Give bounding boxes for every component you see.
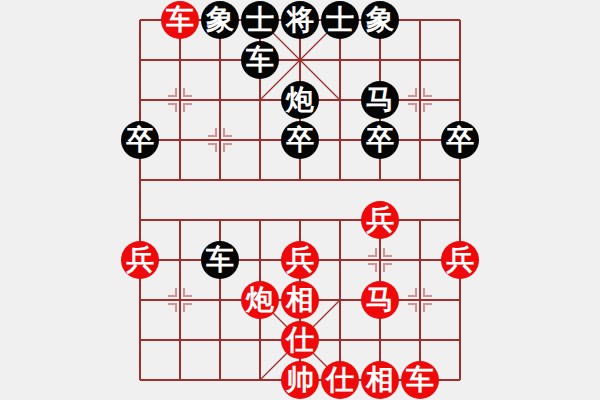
black-elephant[interactable]: 象 bbox=[361, 1, 399, 39]
black-horse[interactable]: 马 bbox=[361, 81, 399, 119]
board-point-c9[interactable] bbox=[200, 40, 240, 80]
black-soldier[interactable]: 卒 bbox=[281, 121, 319, 159]
red-elephant[interactable]: 相 bbox=[361, 361, 399, 399]
board-point-i2[interactable] bbox=[440, 320, 480, 360]
board-point-i3[interactable] bbox=[440, 280, 480, 320]
black-chariot[interactable]: 车 bbox=[241, 41, 279, 79]
board-point-h3[interactable] bbox=[400, 280, 440, 320]
board-point-d5[interactable] bbox=[240, 200, 280, 240]
board-point-h4[interactable] bbox=[400, 240, 440, 280]
board-point-e7[interactable]: 卒 bbox=[280, 120, 320, 160]
board-point-a2[interactable] bbox=[120, 320, 160, 360]
board-point-h1[interactable]: 车 bbox=[400, 360, 440, 400]
board-grid: 车象士将士象车炮马卒卒卒卒兵兵车兵兵炮相马仕帅仕相车 bbox=[120, 0, 480, 400]
board-point-d4[interactable] bbox=[240, 240, 280, 280]
xiangqi-board: 车象士将士象车炮马卒卒卒卒兵兵车兵兵炮相马仕帅仕相车 bbox=[120, 0, 480, 400]
red-horse[interactable]: 马 bbox=[361, 281, 399, 319]
board-point-h8[interactable] bbox=[400, 80, 440, 120]
board-point-i9[interactable] bbox=[440, 40, 480, 80]
board-point-c5[interactable] bbox=[200, 200, 240, 240]
board-point-f5[interactable] bbox=[320, 200, 360, 240]
board-point-c7[interactable] bbox=[200, 120, 240, 160]
board-point-i8[interactable] bbox=[440, 80, 480, 120]
board-point-d8[interactable] bbox=[240, 80, 280, 120]
black-cannon[interactable]: 炮 bbox=[281, 81, 319, 119]
board-point-h5[interactable] bbox=[400, 200, 440, 240]
board-point-e8[interactable]: 炮 bbox=[280, 80, 320, 120]
red-cannon[interactable]: 炮 bbox=[241, 281, 279, 319]
board-point-h2[interactable] bbox=[400, 320, 440, 360]
black-soldier[interactable]: 卒 bbox=[121, 121, 159, 159]
board-point-g9[interactable] bbox=[360, 40, 400, 80]
board-point-d7[interactable] bbox=[240, 120, 280, 160]
red-soldier[interactable]: 兵 bbox=[121, 241, 159, 279]
board-point-h6[interactable] bbox=[400, 160, 440, 200]
board-point-a8[interactable] bbox=[120, 80, 160, 120]
black-soldier[interactable]: 卒 bbox=[361, 121, 399, 159]
board-point-a6[interactable] bbox=[120, 160, 160, 200]
red-advisor[interactable]: 仕 bbox=[321, 361, 359, 399]
board-point-b4[interactable] bbox=[160, 240, 200, 280]
board-point-g2[interactable] bbox=[360, 320, 400, 360]
black-chariot[interactable]: 车 bbox=[201, 241, 239, 279]
board-point-e6[interactable] bbox=[280, 160, 320, 200]
board-point-e1[interactable]: 帅 bbox=[280, 360, 320, 400]
red-soldier[interactable]: 兵 bbox=[281, 241, 319, 279]
board-point-c2[interactable] bbox=[200, 320, 240, 360]
board-point-i10[interactable] bbox=[440, 0, 480, 40]
black-soldier[interactable]: 卒 bbox=[441, 121, 479, 159]
board-point-g4[interactable] bbox=[360, 240, 400, 280]
board-point-a7[interactable]: 卒 bbox=[120, 120, 160, 160]
board-point-a10[interactable] bbox=[120, 0, 160, 40]
red-chariot[interactable]: 车 bbox=[401, 361, 439, 399]
board-point-f2[interactable] bbox=[320, 320, 360, 360]
board-point-g8[interactable]: 马 bbox=[360, 80, 400, 120]
red-soldier[interactable]: 兵 bbox=[441, 241, 479, 279]
board-point-i6[interactable] bbox=[440, 160, 480, 200]
board-point-e5[interactable] bbox=[280, 200, 320, 240]
red-chariot[interactable]: 车 bbox=[161, 1, 199, 39]
board-point-b1[interactable] bbox=[160, 360, 200, 400]
board-point-c4[interactable]: 车 bbox=[200, 240, 240, 280]
board-point-d2[interactable] bbox=[240, 320, 280, 360]
board-point-f7[interactable] bbox=[320, 120, 360, 160]
board-point-c1[interactable] bbox=[200, 360, 240, 400]
board-point-d3[interactable]: 炮 bbox=[240, 280, 280, 320]
board-point-i1[interactable] bbox=[440, 360, 480, 400]
board-point-h10[interactable] bbox=[400, 0, 440, 40]
board-point-i7[interactable]: 卒 bbox=[440, 120, 480, 160]
board-point-a5[interactable] bbox=[120, 200, 160, 240]
board-point-a9[interactable] bbox=[120, 40, 160, 80]
board-point-f6[interactable] bbox=[320, 160, 360, 200]
board-point-g6[interactable] bbox=[360, 160, 400, 200]
app-background: 车象士将士象车炮马卒卒卒卒兵兵车兵兵炮相马仕帅仕相车 bbox=[0, 0, 600, 400]
board-point-f10[interactable]: 士 bbox=[320, 0, 360, 40]
board-point-b7[interactable] bbox=[160, 120, 200, 160]
board-point-g10[interactable]: 象 bbox=[360, 0, 400, 40]
board-point-f9[interactable] bbox=[320, 40, 360, 80]
board-point-d1[interactable] bbox=[240, 360, 280, 400]
red-soldier[interactable]: 兵 bbox=[361, 201, 399, 239]
board-point-d10[interactable]: 士 bbox=[240, 0, 280, 40]
board-point-f4[interactable] bbox=[320, 240, 360, 280]
board-point-b2[interactable] bbox=[160, 320, 200, 360]
board-point-g5[interactable]: 兵 bbox=[360, 200, 400, 240]
board-point-h7[interactable] bbox=[400, 120, 440, 160]
board-point-i5[interactable] bbox=[440, 200, 480, 240]
board-point-b3[interactable] bbox=[160, 280, 200, 320]
board-point-c8[interactable] bbox=[200, 80, 240, 120]
black-elephant[interactable]: 象 bbox=[201, 1, 239, 39]
board-point-e2[interactable]: 仕 bbox=[280, 320, 320, 360]
board-point-a4[interactable]: 兵 bbox=[120, 240, 160, 280]
board-point-b5[interactable] bbox=[160, 200, 200, 240]
red-advisor[interactable]: 仕 bbox=[281, 321, 319, 359]
board-point-b10[interactable]: 车 bbox=[160, 0, 200, 40]
board-point-e3[interactable]: 相 bbox=[280, 280, 320, 320]
board-point-e9[interactable] bbox=[280, 40, 320, 80]
board-point-b9[interactable] bbox=[160, 40, 200, 80]
board-point-g1[interactable]: 相 bbox=[360, 360, 400, 400]
board-point-a3[interactable] bbox=[120, 280, 160, 320]
red-general[interactable]: 帅 bbox=[281, 361, 319, 399]
black-general[interactable]: 将 bbox=[281, 1, 319, 39]
black-advisor[interactable]: 士 bbox=[321, 1, 359, 39]
board-point-f3[interactable] bbox=[320, 280, 360, 320]
board-point-c3[interactable] bbox=[200, 280, 240, 320]
board-point-e10[interactable]: 将 bbox=[280, 0, 320, 40]
board-point-d6[interactable] bbox=[240, 160, 280, 200]
black-advisor[interactable]: 士 bbox=[241, 1, 279, 39]
board-point-c6[interactable] bbox=[200, 160, 240, 200]
board-point-c10[interactable]: 象 bbox=[200, 0, 240, 40]
board-point-f8[interactable] bbox=[320, 80, 360, 120]
board-point-a1[interactable] bbox=[120, 360, 160, 400]
board-point-e4[interactable]: 兵 bbox=[280, 240, 320, 280]
board-point-i4[interactable]: 兵 bbox=[440, 240, 480, 280]
board-point-f1[interactable]: 仕 bbox=[320, 360, 360, 400]
board-point-h9[interactable] bbox=[400, 40, 440, 80]
board-point-g3[interactable]: 马 bbox=[360, 280, 400, 320]
red-elephant[interactable]: 相 bbox=[281, 281, 319, 319]
board-point-b8[interactable] bbox=[160, 80, 200, 120]
board-point-d9[interactable]: 车 bbox=[240, 40, 280, 80]
board-point-g7[interactable]: 卒 bbox=[360, 120, 400, 160]
board-point-b6[interactable] bbox=[160, 160, 200, 200]
